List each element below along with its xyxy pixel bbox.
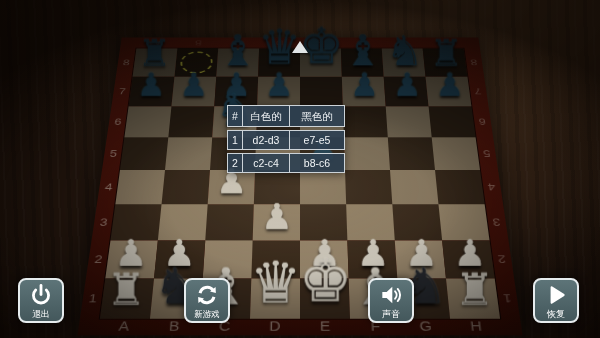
square-f4[interactable] (345, 170, 392, 204)
move-col-black: 黑色的 (290, 106, 344, 126)
square-h5[interactable] (432, 137, 480, 170)
play-icon (543, 281, 569, 309)
square-a5[interactable] (120, 137, 168, 170)
piece-white-rook[interactable]: ♜ (454, 267, 494, 311)
white-move: c2-c4 (243, 154, 290, 172)
white-move: d2-d3 (243, 131, 290, 149)
sound-label: 声音 (382, 309, 400, 319)
black-move: b8-c6 (290, 154, 344, 172)
square-g6[interactable] (386, 106, 432, 137)
square-f6[interactable] (343, 106, 388, 137)
square-h6[interactable] (429, 106, 476, 137)
move-table-header: # 白色的 黑色的 (227, 105, 345, 127)
rank-label-7: 7 (468, 77, 487, 107)
square-d7[interactable]: ♟ (257, 77, 300, 107)
square-e4[interactable] (300, 170, 346, 204)
square-d1[interactable]: ♛ (250, 278, 300, 318)
file-label-C: C (218, 37, 259, 48)
file-label-F: F (341, 37, 382, 48)
sound-button[interactable]: 声音 (368, 278, 414, 323)
square-a6[interactable] (124, 106, 171, 137)
new-game-label: 新游戏 (194, 309, 220, 319)
turn-indicator-icon (292, 41, 308, 53)
piece-white-queen[interactable]: ♛ (249, 254, 301, 312)
move-table: # 白色的 黑色的 1 d2-d3 e7-e5 2 c2-c4 b8-c6 (227, 105, 345, 173)
move-number: 1 (228, 131, 243, 149)
move-row: 2 c2-c4 b8-c6 (227, 153, 345, 173)
exit-button[interactable]: 退出 (18, 278, 64, 323)
file-label-B: B (177, 37, 219, 48)
move-row: 1 d2-d3 e7-e5 (227, 130, 345, 150)
rank-label-5: 5 (477, 137, 497, 170)
resume-button[interactable]: 恢复 (533, 278, 579, 323)
square-c3[interactable] (205, 204, 254, 240)
square-g4[interactable] (390, 170, 438, 204)
square-f7[interactable]: ♟ (342, 77, 386, 107)
piece-white-rook[interactable]: ♜ (106, 267, 146, 311)
piece-black-pawn[interactable]: ♟ (350, 69, 379, 101)
square-g5[interactable] (388, 137, 435, 170)
board-grid: ♜♝♛♚♝♞♜♟♟♟♟♟♟♟♞♟♟♟♟♟♟♟♟♟♜♞♝♛♚♝♞♜ (100, 48, 500, 318)
file-label-A: A (98, 318, 150, 336)
square-h4[interactable] (435, 170, 485, 204)
square-h1[interactable]: ♜ (446, 278, 500, 318)
rank-label-8: 8 (464, 48, 483, 76)
square-d3[interactable]: ♟ (253, 204, 300, 240)
speaker-icon (378, 281, 404, 309)
square-g7[interactable]: ♟ (384, 77, 429, 107)
square-e1[interactable]: ♚ (300, 278, 350, 318)
square-b7[interactable]: ♟ (171, 77, 216, 107)
square-b4[interactable] (162, 170, 210, 204)
piece-black-pawn[interactable]: ♟ (179, 69, 208, 101)
refresh-icon (194, 281, 220, 309)
piece-black-pawn[interactable]: ♟ (392, 69, 421, 101)
chess-board: ♜♝♛♚♝♞♜♟♟♟♟♟♟♟♞♟♟♟♟♟♟♟♟♟♜♞♝♛♚♝♞♜ 8765432… (77, 37, 522, 335)
new-game-button[interactable]: 新游戏 (184, 278, 230, 323)
move-col-number: # (228, 106, 243, 126)
piece-black-pawn[interactable]: ♟ (435, 69, 464, 101)
move-number: 2 (228, 154, 243, 172)
power-icon (28, 281, 54, 309)
square-c4[interactable]: ♟ (208, 170, 255, 204)
resume-label: 恢复 (547, 309, 565, 319)
piece-white-pawn[interactable]: ♟ (260, 198, 292, 234)
piece-black-pawn[interactable]: ♟ (136, 69, 165, 101)
exit-label: 退出 (32, 309, 50, 319)
black-move: e7-e5 (290, 131, 344, 149)
square-f5[interactable] (344, 137, 390, 170)
square-e7[interactable] (300, 77, 343, 107)
square-a1[interactable]: ♜ (100, 278, 154, 318)
square-a7[interactable]: ♟ (129, 77, 175, 107)
file-label-H: H (450, 318, 502, 336)
file-label-H: H (422, 37, 464, 48)
file-label-A: A (136, 37, 178, 48)
piece-black-pawn[interactable]: ♟ (264, 69, 293, 101)
piece-white-king[interactable]: ♚ (298, 252, 352, 312)
square-a4[interactable] (115, 170, 165, 204)
square-b5[interactable] (165, 137, 212, 170)
square-b6[interactable] (168, 106, 214, 137)
file-label-G: G (381, 37, 423, 48)
chess-app: ♜♝♛♚♝♞♜♟♟♟♟♟♟♟♞♟♟♟♟♟♟♟♟♟♜♞♝♛♚♝♞♜ 8765432… (0, 0, 600, 338)
file-label-E: E (300, 318, 351, 336)
square-h7[interactable]: ♟ (426, 77, 472, 107)
rank-label-6: 6 (472, 106, 492, 137)
file-label-D: D (249, 318, 300, 336)
move-col-white: 白色的 (243, 106, 290, 126)
rank-label-4: 4 (481, 170, 502, 204)
